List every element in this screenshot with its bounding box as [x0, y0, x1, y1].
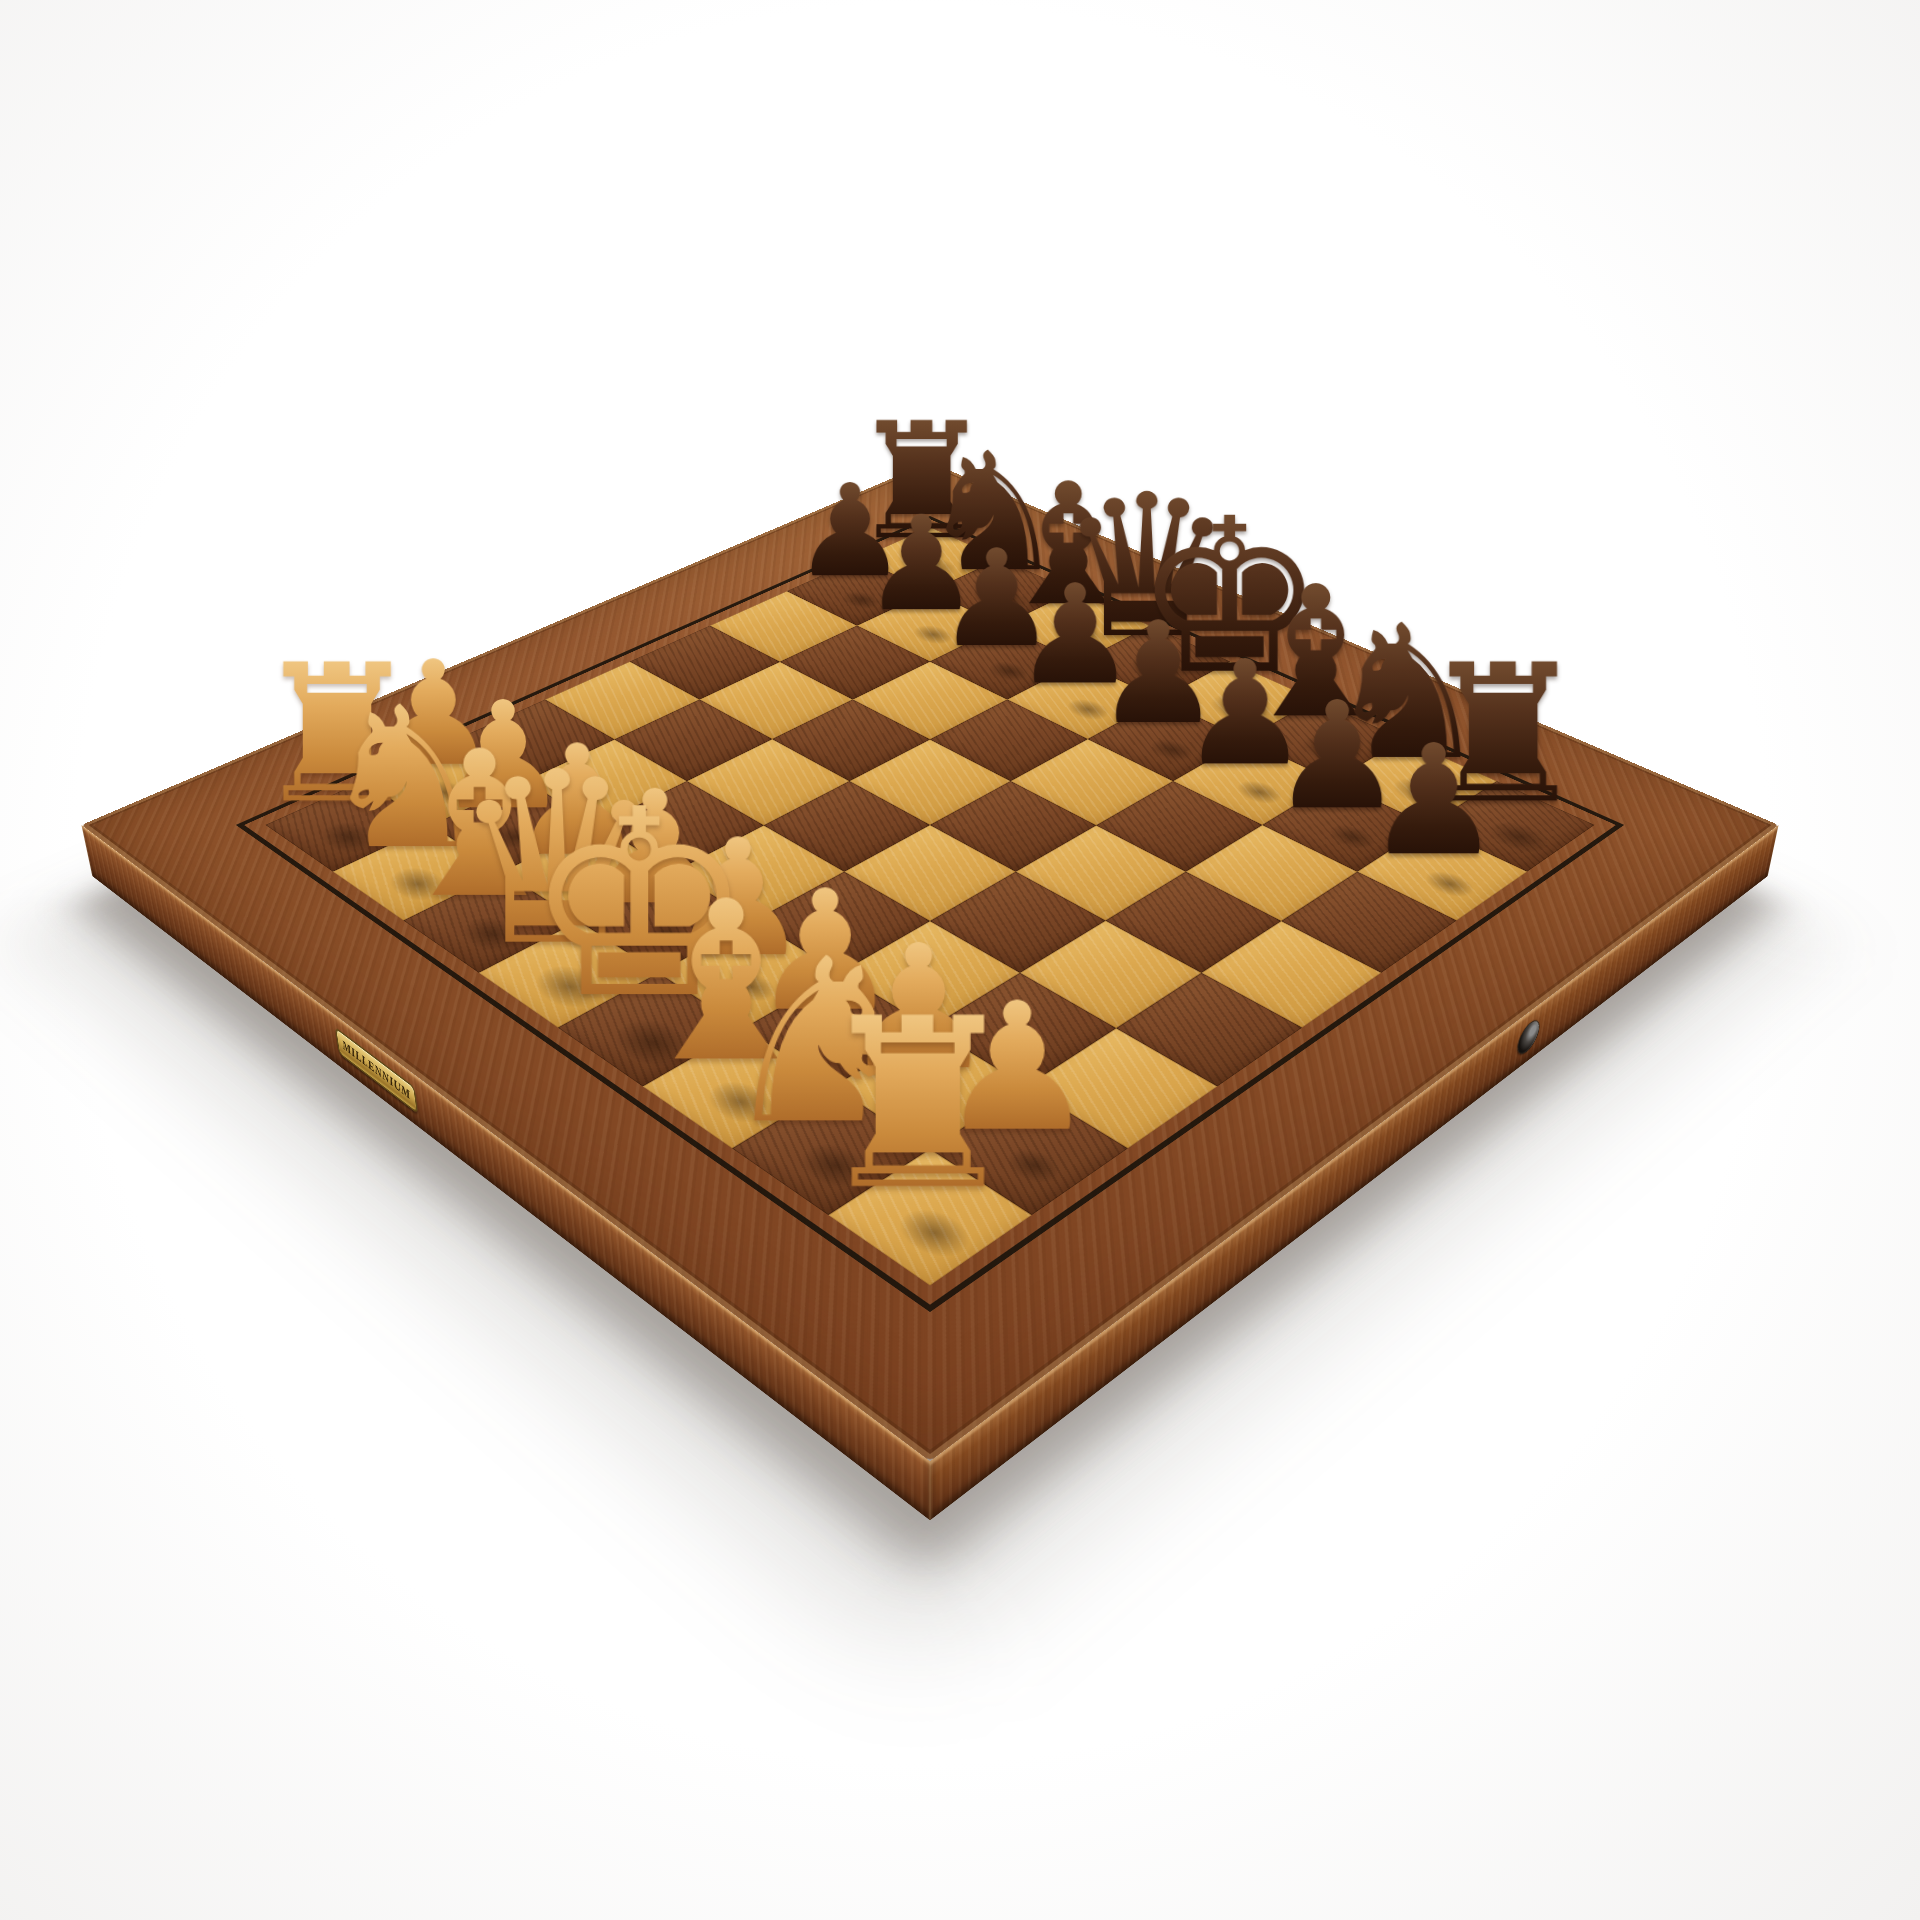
chessboard-3d: MILLENNIUM ♜♞♝♛♚♝♞♜♟♟♟♟♟♟♟♟♟♟♟♟♟♟♟♟♜♞♝♛♚…	[81, 462, 1778, 1461]
board-frame-top: ♜♞♝♛♚♝♞♜♟♟♟♟♟♟♟♟♟♟♟♟♟♟♟♟♜♞♝♛♚♝♞♜	[81, 462, 1778, 1461]
piece-black-pawn-h7[interactable]: ♟	[1320, 725, 1547, 878]
piece-white-rook-h1[interactable]: ♜	[782, 988, 1054, 1223]
chessboard-scene: MILLENNIUM ♜♞♝♛♚♝♞♜♟♟♟♟♟♟♟♟♟♟♟♟♟♟♟♟♜♞♝♛♚…	[0, 0, 1920, 1920]
